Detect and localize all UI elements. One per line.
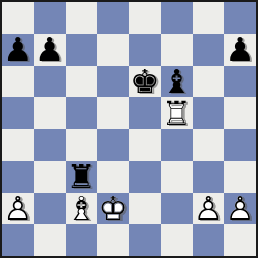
square-d1[interactable] (97, 224, 129, 256)
square-g2[interactable]: ♟♙ (193, 193, 225, 225)
square-d6[interactable] (97, 66, 129, 98)
black-bishop[interactable]: ♝ (161, 66, 193, 98)
square-a2[interactable]: ♟♙ (2, 193, 34, 225)
square-c5[interactable] (66, 97, 98, 129)
square-e7[interactable] (129, 34, 161, 66)
piece-glyph-fill: ♝ (161, 66, 193, 98)
square-d3[interactable] (97, 161, 129, 193)
square-b1[interactable] (34, 224, 66, 256)
square-g7[interactable] (193, 34, 225, 66)
piece-glyph-fill: ♜ (66, 161, 98, 193)
square-d7[interactable] (97, 34, 129, 66)
square-c3[interactable]: ♜ (66, 161, 98, 193)
square-h5[interactable] (224, 97, 256, 129)
square-f2[interactable] (161, 193, 193, 225)
white-pawn[interactable]: ♟♙ (224, 193, 256, 225)
white-rook[interactable]: ♜♖ (161, 97, 193, 129)
square-f3[interactable] (161, 161, 193, 193)
square-a5[interactable] (2, 97, 34, 129)
square-g4[interactable] (193, 129, 225, 161)
square-e5[interactable] (129, 97, 161, 129)
square-h6[interactable] (224, 66, 256, 98)
black-pawn[interactable]: ♟ (34, 34, 66, 66)
square-c1[interactable] (66, 224, 98, 256)
square-f4[interactable] (161, 129, 193, 161)
piece-glyph-outline: ♙ (2, 193, 34, 225)
square-c6[interactable] (66, 66, 98, 98)
piece-glyph-fill: ♟ (2, 34, 34, 66)
square-h4[interactable] (224, 129, 256, 161)
square-f7[interactable] (161, 34, 193, 66)
piece-glyph-outline: ♙ (224, 193, 256, 225)
square-e8[interactable] (129, 2, 161, 34)
black-pawn[interactable]: ♟ (224, 34, 256, 66)
square-h7[interactable]: ♟ (224, 34, 256, 66)
square-g3[interactable] (193, 161, 225, 193)
square-g1[interactable] (193, 224, 225, 256)
square-b4[interactable] (34, 129, 66, 161)
square-f1[interactable] (161, 224, 193, 256)
square-b2[interactable] (34, 193, 66, 225)
square-c2[interactable]: ♝♗ (66, 193, 98, 225)
white-pawn[interactable]: ♟♙ (2, 193, 34, 225)
piece-glyph-outline: ♙ (193, 193, 225, 225)
chess-board-frame: ♟♟♟♚♝♜♖♜♟♙♝♗♚♔♟♙♟♙ (0, 0, 258, 258)
square-h1[interactable] (224, 224, 256, 256)
square-e4[interactable] (129, 129, 161, 161)
square-b7[interactable]: ♟ (34, 34, 66, 66)
piece-glyph-outline: ♖ (161, 97, 193, 129)
square-d8[interactable] (97, 2, 129, 34)
black-pawn[interactable]: ♟ (2, 34, 34, 66)
white-pawn[interactable]: ♟♙ (193, 193, 225, 225)
piece-glyph-fill: ♟ (34, 34, 66, 66)
square-e6[interactable]: ♚ (129, 66, 161, 98)
square-h2[interactable]: ♟♙ (224, 193, 256, 225)
piece-glyph-fill: ♟ (224, 34, 256, 66)
square-b8[interactable] (34, 2, 66, 34)
square-f5[interactable]: ♜♖ (161, 97, 193, 129)
black-king[interactable]: ♚ (129, 66, 161, 98)
square-a3[interactable] (2, 161, 34, 193)
square-a6[interactable] (2, 66, 34, 98)
square-g8[interactable] (193, 2, 225, 34)
square-f8[interactable] (161, 2, 193, 34)
square-e3[interactable] (129, 161, 161, 193)
piece-glyph-fill: ♚ (129, 66, 161, 98)
square-c4[interactable] (66, 129, 98, 161)
black-rook[interactable]: ♜ (66, 161, 98, 193)
square-b6[interactable] (34, 66, 66, 98)
square-a7[interactable]: ♟ (2, 34, 34, 66)
square-c8[interactable] (66, 2, 98, 34)
square-d4[interactable] (97, 129, 129, 161)
square-d2[interactable]: ♚♔ (97, 193, 129, 225)
square-c7[interactable] (66, 34, 98, 66)
white-bishop[interactable]: ♝♗ (66, 193, 98, 225)
square-h8[interactable] (224, 2, 256, 34)
square-e1[interactable] (129, 224, 161, 256)
square-a8[interactable] (2, 2, 34, 34)
chess-board: ♟♟♟♚♝♜♖♜♟♙♝♗♚♔♟♙♟♙ (2, 2, 256, 256)
square-a1[interactable] (2, 224, 34, 256)
square-b5[interactable] (34, 97, 66, 129)
piece-glyph-outline: ♔ (97, 193, 129, 225)
piece-glyph-outline: ♗ (66, 193, 98, 225)
square-g6[interactable] (193, 66, 225, 98)
square-g5[interactable] (193, 97, 225, 129)
square-a4[interactable] (2, 129, 34, 161)
square-e2[interactable] (129, 193, 161, 225)
square-h3[interactable] (224, 161, 256, 193)
square-b3[interactable] (34, 161, 66, 193)
square-d5[interactable] (97, 97, 129, 129)
square-f6[interactable]: ♝ (161, 66, 193, 98)
white-king[interactable]: ♚♔ (97, 193, 129, 225)
